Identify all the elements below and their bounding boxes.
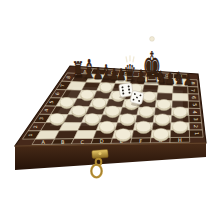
checker-piece-11[interactable] [140, 106, 154, 116]
clasp-knob [99, 152, 102, 155]
checker-piece-5[interactable] [60, 98, 73, 107]
checker-piece-9[interactable] [72, 106, 86, 116]
die-2[interactable] [130, 90, 145, 105]
checker-piece-0[interactable] [100, 83, 112, 92]
chess-piece-pawn[interactable]: ♟ [183, 71, 193, 88]
checker-piece-20[interactable] [116, 129, 131, 140]
rank-label-right: 4 [192, 110, 198, 113]
queen-crown-spike [133, 57, 134, 62]
rank-label-left: 6 [55, 92, 60, 95]
file-label-front: A [41, 139, 45, 145]
rank-label-right: 2 [193, 125, 199, 128]
file-label-front: C [80, 139, 84, 145]
checker-piece-10[interactable] [106, 106, 120, 116]
checker-piece-4[interactable] [143, 92, 156, 101]
checker-piece-6[interactable] [93, 98, 106, 107]
file-label-front: F [139, 138, 142, 144]
chess-piece-queen[interactable]: ♛ [124, 59, 136, 86]
king-white-finial [150, 36, 155, 41]
checker-piece-2[interactable] [81, 90, 94, 99]
rank-label-right: 6 [191, 96, 197, 99]
rank-label-right: 3 [193, 118, 199, 121]
file-label-front: B [61, 139, 65, 145]
checker-piece-21[interactable] [153, 128, 168, 139]
checker-piece-8[interactable] [157, 99, 170, 108]
checker-piece-19[interactable] [173, 121, 188, 132]
file-label-front: H [178, 137, 182, 143]
rank-label-right: 7 [190, 89, 196, 92]
checker-piece-12[interactable] [173, 107, 187, 117]
chess-set-product-photo: AA88BB77CC66DD55EE44FF33GG22HH11♜♝♟♝♟♟♛♟… [0, 0, 220, 220]
rank-label-left: 4 [44, 109, 49, 112]
rank-label-right: 1 [194, 132, 200, 135]
checker-piece-17[interactable] [100, 121, 115, 132]
rank-label-left: 5 [49, 100, 54, 103]
cell-r7c2[interactable] [74, 131, 96, 139]
checker-piece-14[interactable] [85, 114, 99, 124]
checker-piece-13[interactable] [50, 113, 64, 123]
rank-label-left: 2 [33, 125, 38, 128]
queen-crown-spike [126, 57, 127, 62]
file-label-front: D [100, 138, 104, 144]
rank-label-left: 1 [28, 133, 33, 136]
checker-piece-15[interactable] [120, 114, 134, 124]
checker-piece-18[interactable] [136, 121, 151, 132]
checker-piece-16[interactable] [155, 114, 169, 124]
rank-label-left: 3 [39, 117, 44, 120]
rank-label-left: 8 [66, 76, 71, 79]
board-photo-svg: AA88BB77CC66DD55EE44FF33GG22HH11♜♝♟♝♟♟♛♟… [0, 0, 220, 220]
rank-label-left: 7 [60, 84, 65, 87]
rank-label-right: 5 [192, 103, 198, 106]
